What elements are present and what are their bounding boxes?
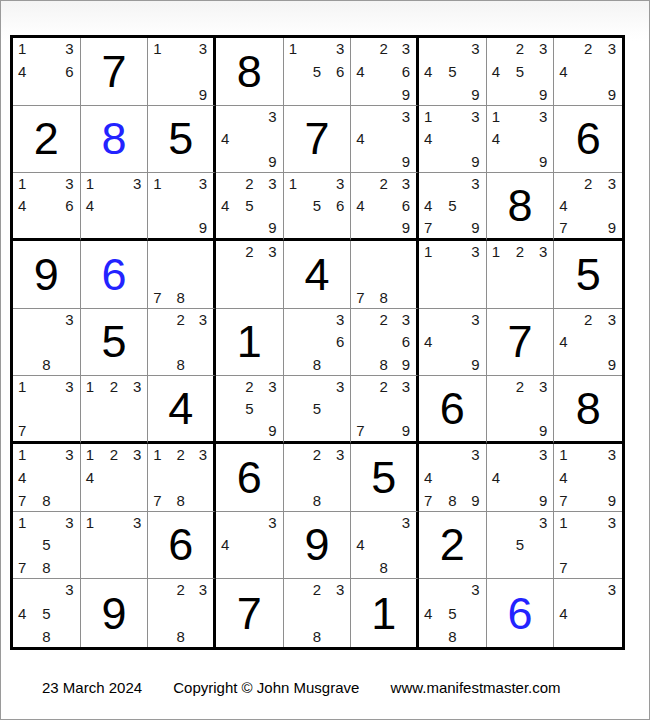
- cell-r3c3[interactable]: 139: [148, 173, 216, 241]
- pencil-mark-slot-5: [170, 331, 192, 353]
- pencil-mark-slot-5: [35, 466, 57, 488]
- pencil-marks: 137: [13, 376, 80, 441]
- cell-r2c7[interactable]: 1349: [419, 106, 487, 174]
- cell-r3c5[interactable]: 1356: [284, 173, 352, 241]
- cell-r1c1[interactable]: 1346: [13, 38, 81, 106]
- pencil-mark-slot-4: 4: [419, 466, 441, 488]
- pencil-mark-slot-3: 3: [394, 38, 416, 60]
- pencil-mark-slot-8: [577, 353, 600, 375]
- cell-r5c8[interactable]: 7: [487, 309, 555, 377]
- pencil-mark-slot-1: [487, 444, 509, 466]
- pencil-mark-slot-6: [463, 263, 485, 285]
- pencil-mark-slot-1: 1: [148, 38, 170, 60]
- pencil-mark-slot-3: 3: [599, 512, 622, 534]
- pencil-mark-slot-5: [373, 195, 395, 217]
- cell-r5c9[interactable]: 2349: [554, 309, 622, 377]
- pencil-mark-slot-1: [216, 241, 238, 263]
- pencil-mark-slot-5: [238, 534, 260, 556]
- pencil-mark-slot-8: 8: [373, 556, 395, 578]
- pencil-mark-slot-9: [260, 556, 282, 578]
- pencil-marks: 123: [487, 241, 554, 308]
- pencil-mark-slot-9: 9: [599, 82, 622, 104]
- cell-r6c7[interactable]: 6: [419, 376, 487, 444]
- pencil-marks: 238: [284, 444, 351, 511]
- pencil-mark-slot-7: [487, 488, 509, 510]
- cell-r7c9[interactable]: 13479: [554, 444, 622, 512]
- cell-r7c2[interactable]: 1234: [81, 444, 149, 512]
- pencil-mark-slot-5: [373, 128, 395, 150]
- pencil-mark-slot-2: 2: [238, 376, 260, 398]
- pencil-mark-slot-7: [216, 285, 238, 307]
- footer-website: www.manifestmaster.com: [391, 679, 561, 696]
- pencil-mark-slot-9: [328, 624, 350, 647]
- pencil-mark-slot-5: [35, 331, 57, 353]
- pencil-mark-slot-2: 2: [306, 579, 328, 602]
- pencil-mark-slot-7: [284, 624, 306, 647]
- pencil-mark-slot-2: [441, 309, 463, 331]
- given-digit: 8: [237, 49, 262, 94]
- pencil-marks: 23469: [351, 38, 416, 105]
- pencil-mark-slot-4: [13, 331, 35, 353]
- pencil-mark-slot-5: 5: [306, 60, 328, 82]
- pencil-mark-slot-2: [577, 512, 600, 534]
- pencil-mark-slot-9: [599, 556, 622, 578]
- pencil-mark-slot-3: 3: [531, 241, 553, 263]
- pencil-mark-slot-2: 2: [577, 173, 600, 195]
- cell-r6c2[interactable]: 123: [81, 376, 149, 444]
- pencil-mark-slot-9: 9: [394, 82, 416, 104]
- pencil-mark-slot-5: 5: [238, 195, 260, 217]
- pencil-mark-slot-2: [306, 38, 328, 60]
- pencil-mark-slot-3: 3: [191, 173, 213, 195]
- pencil-mark-slot-4: [81, 534, 103, 556]
- pencil-marks: 137: [554, 512, 622, 579]
- pencil-mark-slot-7: [13, 216, 35, 238]
- cell-r8c7[interactable]: 2: [419, 512, 487, 580]
- pencil-mark-slot-9: 9: [531, 488, 553, 510]
- cell-r9c5[interactable]: 238: [284, 579, 352, 647]
- pencil-mark-slot-3: 3: [260, 512, 282, 534]
- pencil-marks: 13: [81, 512, 148, 579]
- given-digit: 8: [576, 386, 601, 431]
- pencil-mark-slot-7: [419, 82, 441, 104]
- pencil-mark-slot-2: [441, 173, 463, 195]
- pencil-mark-slot-1: [351, 106, 373, 128]
- cell-r4c2[interactable]: 6: [81, 241, 149, 309]
- pencil-mark-slot-8: [509, 285, 531, 307]
- pencil-mark-slot-4: 4: [351, 128, 373, 150]
- pencil-mark-slot-5: [577, 331, 600, 353]
- cell-r6c3[interactable]: 4: [148, 376, 216, 444]
- cell-r9c3[interactable]: 238: [148, 579, 216, 647]
- pencil-mark-slot-4: 4: [351, 195, 373, 217]
- pencil-mark-slot-1: [284, 444, 306, 466]
- pencil-mark-slot-6: [191, 466, 213, 488]
- cell-r1c2[interactable]: 7: [81, 38, 149, 106]
- cell-r7c5[interactable]: 238: [284, 444, 352, 512]
- cell-r4c4[interactable]: 23: [216, 241, 284, 309]
- pencil-mark-slot-6: [394, 534, 416, 556]
- pencil-mark-slot-7: [284, 353, 306, 375]
- pencil-mark-slot-1: 1: [13, 444, 35, 466]
- given-digit: 6: [576, 116, 601, 161]
- cell-r5c2[interactable]: 5: [81, 309, 149, 377]
- pencil-mark-slot-9: [394, 556, 416, 578]
- cell-r4c6[interactable]: 78: [351, 241, 419, 309]
- cell-r4c5[interactable]: 4: [284, 241, 352, 309]
- pencil-mark-slot-6: [260, 263, 282, 285]
- pencil-marks: 134: [81, 173, 148, 238]
- pencil-mark-slot-5: [373, 331, 395, 353]
- pencil-mark-slot-6: [463, 331, 485, 353]
- pencil-mark-slot-1: 1: [81, 512, 103, 534]
- pencil-mark-slot-2: 2: [373, 38, 395, 60]
- pencil-mark-slot-5: 5: [238, 398, 260, 420]
- pencil-mark-slot-1: [216, 173, 238, 195]
- pencil-mark-slot-5: [577, 466, 600, 488]
- pencil-marks: 34: [554, 579, 622, 647]
- pencil-marks: 349: [351, 106, 416, 173]
- pencil-mark-slot-5: [103, 466, 125, 488]
- cell-r8c5[interactable]: 9: [284, 512, 352, 580]
- pencil-marks: 348: [351, 512, 416, 579]
- pencil-marks: 1346: [13, 173, 80, 238]
- cell-r8c2[interactable]: 13: [81, 512, 149, 580]
- pencil-mark-slot-1: [419, 38, 441, 60]
- pencil-mark-slot-1: 1: [13, 512, 35, 534]
- pencil-mark-slot-3: 3: [57, 38, 79, 60]
- pencil-mark-slot-7: [81, 556, 103, 578]
- footer-copyright: Copyright © John Musgrave: [173, 679, 359, 696]
- pencil-marks: 349: [216, 106, 283, 173]
- cell-r7c4[interactable]: 6: [216, 444, 284, 512]
- pencil-mark-slot-4: [13, 398, 35, 420]
- pencil-mark-slot-1: [148, 241, 170, 263]
- pencil-mark-slot-4: [284, 331, 306, 353]
- pencil-mark-slot-8: [577, 624, 600, 647]
- cell-r7c3[interactable]: 12378: [148, 444, 216, 512]
- pencil-mark-slot-3: 3: [328, 173, 350, 195]
- cell-r3c8[interactable]: 8: [487, 173, 555, 241]
- pencil-mark-slot-7: [216, 556, 238, 578]
- pencil-mark-slot-7: 7: [554, 488, 577, 510]
- pencil-mark-slot-1: [284, 309, 306, 331]
- pencil-mark-slot-9: 9: [394, 419, 416, 441]
- cell-r8c3[interactable]: 6: [148, 512, 216, 580]
- pencil-mark-slot-7: 7: [13, 488, 35, 510]
- pencil-mark-slot-9: 9: [260, 150, 282, 172]
- cell-r4c1[interactable]: 9: [13, 241, 81, 309]
- cell-r3c6[interactable]: 23469: [351, 173, 419, 241]
- pencil-mark-slot-6: [599, 534, 622, 556]
- pencil-mark-slot-8: [373, 419, 395, 441]
- pencil-marks: 3458: [419, 579, 486, 647]
- cell-r2c2[interactable]: 8: [81, 106, 149, 174]
- pencil-mark-slot-4: 4: [216, 128, 238, 150]
- pencil-mark-slot-2: 2: [170, 309, 192, 331]
- pencil-mark-slot-3: 3: [463, 173, 485, 195]
- pencil-mark-slot-7: 7: [351, 285, 373, 307]
- cell-r6c9[interactable]: 8: [554, 376, 622, 444]
- pencil-mark-slot-1: 1: [554, 512, 577, 534]
- pencil-mark-slot-6: [328, 398, 350, 420]
- pencil-mark-slot-9: [328, 353, 350, 375]
- cell-r6c1[interactable]: 137: [13, 376, 81, 444]
- pencil-mark-slot-8: [577, 82, 600, 104]
- pencil-mark-slot-8: [373, 150, 395, 172]
- pencil-marks: 1234: [81, 444, 148, 511]
- pencil-mark-slot-8: [35, 419, 57, 441]
- cell-r9c2[interactable]: 9: [81, 579, 149, 647]
- pencil-mark-slot-2: [35, 309, 57, 331]
- pencil-mark-slot-7: 7: [148, 488, 170, 510]
- pencil-mark-slot-7: [216, 419, 238, 441]
- pencil-mark-slot-2: [35, 376, 57, 398]
- cell-r9c9[interactable]: 34: [554, 579, 622, 647]
- pencil-mark-slot-5: [509, 466, 531, 488]
- cell-r3c7[interactable]: 34579: [419, 173, 487, 241]
- pencil-mark-slot-9: [57, 488, 79, 510]
- pencil-mark-slot-9: [328, 488, 350, 510]
- cell-r1c7[interactable]: 3459: [419, 38, 487, 106]
- cell-r5c6[interactable]: 23689: [351, 309, 419, 377]
- pencil-mark-slot-1: 1: [419, 241, 441, 263]
- cell-r5c7[interactable]: 349: [419, 309, 487, 377]
- pencil-mark-slot-1: 1: [419, 106, 441, 128]
- pencil-mark-slot-2: [509, 106, 531, 128]
- pencil-mark-slot-4: [487, 263, 509, 285]
- pencil-mark-slot-6: 6: [394, 331, 416, 353]
- cell-r1c9[interactable]: 2349: [554, 38, 622, 106]
- pencil-mark-slot-3: 3: [328, 444, 350, 466]
- pencil-marks: 1356: [284, 173, 351, 238]
- pencil-mark-slot-6: [191, 263, 213, 285]
- cell-r8c4[interactable]: 34: [216, 512, 284, 580]
- pencil-mark-slot-1: [487, 376, 509, 398]
- pencil-mark-slot-3: 3: [599, 309, 622, 331]
- cell-r9c7[interactable]: 3458: [419, 579, 487, 647]
- pencil-mark-slot-9: 9: [599, 353, 622, 375]
- pencil-mark-slot-6: [463, 602, 485, 625]
- pencil-mark-slot-3: 3: [394, 173, 416, 195]
- pencil-mark-slot-5: [35, 195, 57, 217]
- pencil-mark-slot-2: [441, 106, 463, 128]
- given-digit: 7: [304, 116, 329, 161]
- cell-r1c6[interactable]: 23469: [351, 38, 419, 106]
- pencil-marks: 13478: [13, 444, 80, 511]
- cell-r8c8[interactable]: 35: [487, 512, 555, 580]
- given-digit: 7: [507, 319, 532, 364]
- pencil-mark-slot-9: [191, 353, 213, 375]
- pencil-mark-slot-4: 4: [13, 195, 35, 217]
- cell-r1c3[interactable]: 139: [148, 38, 216, 106]
- cell-r3c1[interactable]: 1346: [13, 173, 81, 241]
- pencil-mark-slot-7: [351, 556, 373, 578]
- cell-r8c6[interactable]: 348: [351, 512, 419, 580]
- pencil-mark-slot-2: [577, 444, 600, 466]
- cell-r8c9[interactable]: 137: [554, 512, 622, 580]
- cell-r7c8[interactable]: 349: [487, 444, 555, 512]
- cell-r4c9[interactable]: 5: [554, 241, 622, 309]
- pencil-mark-slot-6: 6: [328, 195, 350, 217]
- pencil-mark-slot-6: [57, 466, 79, 488]
- pencil-mark-slot-3: 3: [328, 579, 350, 602]
- pencil-mark-slot-1: 1: [13, 376, 35, 398]
- pencil-mark-slot-8: [238, 150, 260, 172]
- pencil-mark-slot-5: [577, 534, 600, 556]
- pencil-mark-slot-1: [351, 173, 373, 195]
- pencil-mark-slot-3: 3: [394, 106, 416, 128]
- cell-r5c1[interactable]: 38: [13, 309, 81, 377]
- pencil-mark-slot-8: [306, 419, 328, 441]
- pencil-mark-slot-3: 3: [463, 106, 485, 128]
- cell-r5c3[interactable]: 238: [148, 309, 216, 377]
- cell-r4c7[interactable]: 13: [419, 241, 487, 309]
- pencil-mark-slot-3: [394, 241, 416, 263]
- pencil-mark-slot-7: [148, 82, 170, 104]
- cell-r9c8[interactable]: 6: [487, 579, 555, 647]
- cell-r6c5[interactable]: 35: [284, 376, 352, 444]
- cell-r2c9[interactable]: 6: [554, 106, 622, 174]
- cell-r1c5[interactable]: 1356: [284, 38, 352, 106]
- cell-r2c6[interactable]: 349: [351, 106, 419, 174]
- pencil-mark-slot-7: 7: [13, 556, 35, 578]
- pencil-mark-slot-5: [170, 263, 192, 285]
- pencil-mark-slot-3: 3: [394, 376, 416, 398]
- pencil-mark-slot-1: 1: [13, 38, 35, 60]
- cell-r2c4[interactable]: 349: [216, 106, 284, 174]
- pencil-mark-slot-3: 3: [57, 512, 79, 534]
- pencil-mark-slot-8: [306, 216, 328, 238]
- pencil-mark-slot-4: [351, 398, 373, 420]
- pencil-mark-slot-9: [125, 556, 147, 578]
- cell-r8c1[interactable]: 13578: [13, 512, 81, 580]
- pencil-mark-slot-5: [509, 128, 531, 150]
- pencil-mark-slot-4: 4: [554, 60, 577, 82]
- pencil-marks: 238: [284, 579, 351, 647]
- pencil-mark-slot-4: [148, 60, 170, 82]
- pencil-mark-slot-5: [103, 398, 125, 420]
- pencil-mark-slot-7: [487, 419, 509, 441]
- given-digit: 7: [101, 49, 126, 94]
- pencil-mark-slot-5: [35, 398, 57, 420]
- pencil-marks: 1349: [487, 106, 554, 173]
- pencil-mark-slot-3: 3: [260, 376, 282, 398]
- pencil-mark-slot-9: 9: [463, 488, 485, 510]
- pencil-mark-slot-3: 3: [191, 38, 213, 60]
- pencil-mark-slot-8: [373, 216, 395, 238]
- entered-digit: 6: [101, 252, 126, 297]
- pencil-mark-slot-7: 7: [419, 488, 441, 510]
- cell-r7c7[interactable]: 34789: [419, 444, 487, 512]
- pencil-mark-slot-7: [13, 624, 35, 647]
- cell-r3c9[interactable]: 23479: [554, 173, 622, 241]
- given-digit: 5: [168, 116, 193, 161]
- cell-r3c2[interactable]: 134: [81, 173, 149, 241]
- pencil-mark-slot-3: 3: [57, 579, 79, 602]
- cell-r1c8[interactable]: 23459: [487, 38, 555, 106]
- pencil-mark-slot-8: [441, 285, 463, 307]
- pencil-mark-slot-4: 4: [554, 195, 577, 217]
- pencil-mark-slot-8: [577, 556, 600, 578]
- pencil-mark-slot-4: [216, 398, 238, 420]
- cell-r6c8[interactable]: 239: [487, 376, 555, 444]
- pencil-mark-slot-7: [419, 353, 441, 375]
- pencil-mark-slot-9: 9: [394, 150, 416, 172]
- cell-r9c4[interactable]: 7: [216, 579, 284, 647]
- pencil-mark-slot-3: 3: [328, 309, 350, 331]
- pencil-mark-slot-6: [531, 60, 553, 82]
- cell-r4c8[interactable]: 123: [487, 241, 555, 309]
- pencil-mark-slot-6: [125, 195, 147, 217]
- given-digit: 6: [168, 522, 193, 567]
- pencil-marks: 23469: [351, 173, 416, 238]
- pencil-mark-slot-7: [148, 216, 170, 238]
- pencil-mark-slot-1: 1: [487, 106, 509, 128]
- pencil-mark-slot-1: 1: [81, 173, 103, 195]
- cell-r5c5[interactable]: 368: [284, 309, 352, 377]
- pencil-mark-slot-2: [238, 106, 260, 128]
- pencil-mark-slot-8: 8: [441, 488, 463, 510]
- cell-r7c6[interactable]: 5: [351, 444, 419, 512]
- pencil-mark-slot-3: 3: [531, 512, 553, 534]
- pencil-mark-slot-6: [394, 398, 416, 420]
- pencil-mark-slot-5: [509, 263, 531, 285]
- pencil-mark-slot-6: [531, 263, 553, 285]
- pencil-mark-slot-8: [103, 216, 125, 238]
- pencil-mark-slot-7: [487, 82, 509, 104]
- pencil-mark-slot-4: [351, 331, 373, 353]
- pencil-mark-slot-8: 8: [441, 624, 463, 647]
- cell-r2c8[interactable]: 1349: [487, 106, 555, 174]
- cell-r7c1[interactable]: 13478: [13, 444, 81, 512]
- cell-r6c4[interactable]: 2359: [216, 376, 284, 444]
- pencil-mark-slot-6: [463, 60, 485, 82]
- cell-r2c3[interactable]: 5: [148, 106, 216, 174]
- pencil-mark-slot-5: [577, 195, 600, 217]
- cell-r4c3[interactable]: 78: [148, 241, 216, 309]
- pencil-mark-slot-9: [57, 353, 79, 375]
- footer-date: 23 March 2024: [42, 679, 142, 696]
- cell-r6c6[interactable]: 2379: [351, 376, 419, 444]
- cell-r1c4[interactable]: 8: [216, 38, 284, 106]
- pencil-mark-slot-4: [284, 398, 306, 420]
- pencil-mark-slot-6: [394, 263, 416, 285]
- cell-r9c1[interactable]: 3458: [13, 579, 81, 647]
- cell-r2c1[interactable]: 2: [13, 106, 81, 174]
- pencil-marks: 139: [148, 38, 213, 105]
- pencil-mark-slot-3: 3: [531, 38, 553, 60]
- pencil-marks: 349: [487, 444, 554, 511]
- cell-r2c5[interactable]: 7: [284, 106, 352, 174]
- pencil-mark-slot-6: [125, 398, 147, 420]
- pencil-mark-slot-6: 6: [57, 60, 79, 82]
- pencil-mark-slot-6: [531, 128, 553, 150]
- pencil-mark-slot-1: [487, 38, 509, 60]
- pencil-mark-slot-2: 2: [170, 579, 192, 602]
- pencil-mark-slot-7: [351, 353, 373, 375]
- pencil-mark-slot-3: 3: [599, 579, 622, 602]
- cell-r9c6[interactable]: 1: [351, 579, 419, 647]
- pencil-mark-slot-7: [284, 419, 306, 441]
- pencil-mark-slot-8: [306, 82, 328, 104]
- cell-r5c4[interactable]: 1: [216, 309, 284, 377]
- cell-r3c4[interactable]: 23459: [216, 173, 284, 241]
- pencil-mark-slot-4: [284, 602, 306, 625]
- pencil-mark-slot-5: [441, 263, 463, 285]
- pencil-mark-slot-3: 3: [394, 512, 416, 534]
- pencil-marks: 368: [284, 309, 351, 376]
